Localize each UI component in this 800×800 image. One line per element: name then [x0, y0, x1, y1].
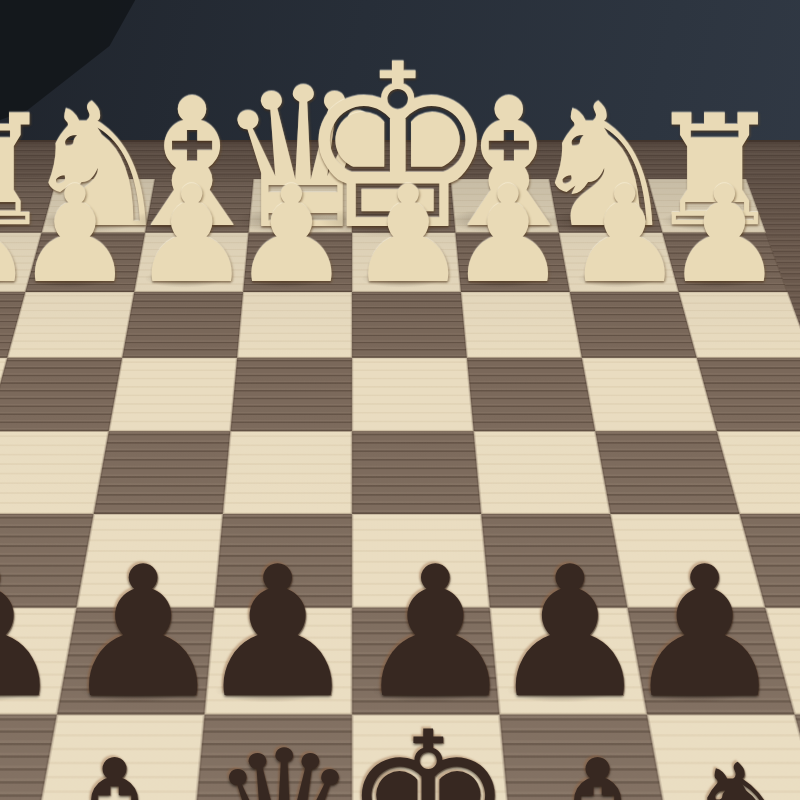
square-r5c7[interactable] — [595, 431, 739, 514]
piece-black-pawn[interactable]: ♟ — [188, 543, 369, 724]
piece-black-bishop[interactable]: ♝ — [523, 740, 672, 800]
square-r5c5[interactable] — [352, 431, 481, 514]
piece-white-pawn[interactable]: ♟ — [441, 169, 575, 303]
piece-black-pawn[interactable]: ♟ — [614, 543, 795, 724]
piece-black-bishop[interactable]: ♝ — [40, 740, 189, 800]
square-r5c6[interactable] — [474, 431, 611, 514]
square-r4c3[interactable] — [109, 358, 237, 432]
square-r5c4[interactable] — [223, 431, 352, 514]
square-r4c4[interactable] — [230, 358, 352, 432]
square-r4c7[interactable] — [582, 358, 717, 432]
square-r5c3[interactable] — [94, 431, 231, 514]
piece-black-knight[interactable]: ♞ — [671, 746, 800, 800]
chess-photo-scene: ♜♞♝♛♚♝♞♜♟♟♟♟♟♟♟♟♟♟♟♟♟♟♟♟♜♞♝♛♚♝♞♜ — [0, 0, 800, 800]
piece-black-pawn[interactable]: ♟ — [772, 543, 800, 724]
piece-black-knight[interactable]: ♞ — [0, 746, 41, 800]
piece-black-king[interactable]: ♚ — [334, 707, 524, 800]
square-r4c6[interactable] — [467, 358, 595, 432]
square-r4c2[interactable] — [0, 358, 122, 432]
square-r4c5[interactable] — [352, 358, 474, 432]
piece-white-pawn[interactable]: ♟ — [8, 169, 142, 303]
piece-white-pawn[interactable]: ♟ — [657, 169, 791, 303]
piece-white-pawn[interactable]: ♟ — [224, 169, 358, 303]
square-r5c2[interactable] — [0, 431, 109, 514]
